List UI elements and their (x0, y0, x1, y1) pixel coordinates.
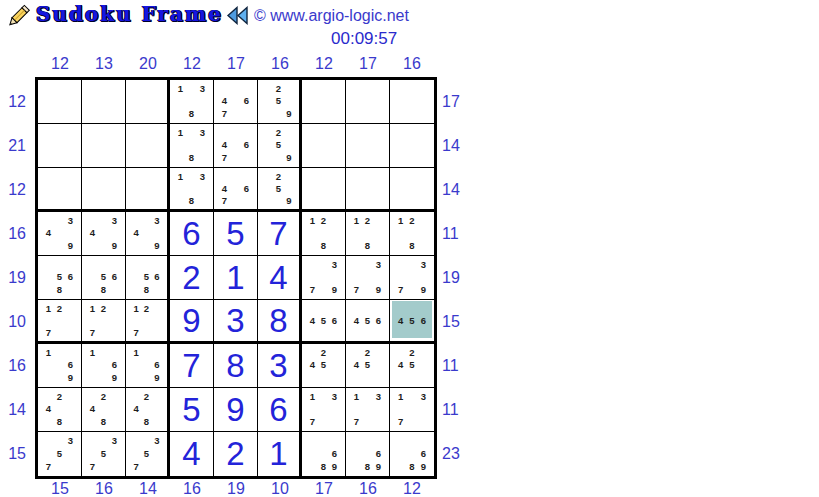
pencil-marks: 245 (302, 344, 345, 387)
pencil-marks: 245 (390, 344, 434, 387)
cell-r6c7[interactable]: 456 (302, 300, 346, 344)
pencil-marks: 467 (214, 80, 257, 123)
pencil-mark-digit: 8 (141, 415, 151, 428)
cell-r5c8[interactable]: 379 (346, 256, 390, 300)
pencil-mark-digit: 2 (273, 82, 283, 95)
frame-clue-left-2: 21 (2, 124, 30, 168)
pencil-mark-digit: 6 (241, 95, 252, 108)
cell-r5c3[interactable]: 568 (126, 256, 170, 300)
pencil-mark-digit: 4 (395, 314, 406, 326)
cell-r8c1[interactable]: 248 (38, 388, 82, 432)
pencil-marks: 349 (82, 212, 125, 255)
frame-clue-right-1: 17 (439, 80, 467, 124)
pencil-mark-digit: 6 (329, 447, 340, 460)
solved-digit: 9 (214, 388, 257, 431)
pencil-marks: 357 (82, 432, 125, 476)
pencil-mark-digit: 8 (98, 283, 109, 296)
pencil-mark-digit: 5 (54, 271, 65, 284)
pencil-marks: 357 (126, 432, 167, 476)
frame-clue-top-9: 16 (390, 55, 434, 73)
pencil-mark-digit: 9 (284, 107, 294, 120)
pencil-mark-digit: 3 (373, 258, 384, 271)
sudoku-frame-page: { "game": "sudoku-frame", "position": ".… (0, 0, 819, 497)
pencil-marks: 137 (346, 388, 389, 431)
cell-r2c4[interactable]: 138 (170, 124, 214, 168)
pencil-mark-digit: 4 (131, 403, 141, 416)
pencil-mark-digit: 2 (98, 302, 109, 314)
pencil-mark-digit: 1 (131, 346, 141, 359)
cell-r1c3[interactable] (126, 80, 170, 124)
frame-clue-top-5: 17 (214, 55, 258, 73)
cell-r7c8[interactable]: 245 (346, 344, 390, 388)
pencil-marks: 349 (38, 212, 81, 255)
pencil-mark-digit: 9 (65, 371, 76, 384)
pencil-mark-digit: 8 (362, 460, 373, 473)
frame-clue-right-3: 14 (439, 168, 467, 212)
frame-clue-bottom-5: 19 (214, 480, 258, 497)
solved-digit: 2 (170, 256, 213, 299)
pencil-mark-digit: 3 (329, 258, 340, 271)
cell-r2c1[interactable] (38, 124, 82, 168)
pencil-mark-digit: 7 (219, 194, 230, 206)
pencil-mark-digit: 4 (131, 227, 141, 240)
pencil-mark-digit: 6 (152, 359, 162, 372)
pencil-mark-digit: 8 (186, 194, 197, 206)
solved-digit: 1 (214, 256, 257, 299)
pencil-mark-digit: 9 (284, 194, 294, 206)
pencil-mark-digit: 1 (351, 214, 362, 227)
solved-digit: 9 (170, 300, 213, 341)
pencil-mark-digit: 7 (87, 326, 98, 338)
cell-r3c6[interactable]: 259 (258, 168, 302, 212)
pencil-mark-digit: 5 (141, 447, 151, 460)
pencil-mark-digit: 6 (109, 359, 120, 372)
cell-r9c3[interactable]: 357 (126, 432, 170, 476)
pencil-mark-digit: 6 (373, 314, 384, 326)
cell-r2c9[interactable] (390, 124, 434, 168)
cell-r3c9[interactable] (390, 168, 434, 212)
pencil-marks: 568 (126, 256, 167, 299)
pencil-marks: 568 (38, 256, 81, 299)
solved-digit: 4 (170, 432, 213, 476)
cell-r7c6[interactable]: 3 (258, 344, 302, 388)
pencil-mark-digit: 4 (87, 227, 98, 240)
pencil-mark-digit: 6 (418, 314, 429, 326)
cell-r3c5[interactable]: 467 (214, 168, 258, 212)
cell-r6c9[interactable]: 456 (390, 300, 434, 344)
pencil-marks: 248 (82, 388, 125, 431)
pencil-mark-digit: 7 (219, 151, 230, 164)
cell-r3c4[interactable]: 138 (170, 168, 214, 212)
pencil-marks: 467 (214, 168, 257, 209)
frame-clue-left-1: 12 (2, 80, 30, 124)
cell-r3c7[interactable] (302, 168, 346, 212)
pencil-marks: 379 (346, 256, 389, 299)
cell-r3c3[interactable] (126, 168, 170, 212)
frame-clue-left-7: 16 (2, 344, 30, 388)
frame-clue-left-9: 15 (2, 432, 30, 476)
pencil-mark-digit: 1 (87, 302, 98, 314)
pencil-mark-digit: 9 (373, 460, 384, 473)
frame-clue-bottom-7: 17 (302, 480, 346, 497)
cell-r1c8[interactable] (346, 80, 390, 124)
pencil-marks: 138 (170, 124, 213, 167)
cell-r5c4[interactable]: 2 (170, 256, 214, 300)
pencil-mark-digit: 6 (373, 447, 384, 460)
pencil-mark-digit: 7 (219, 107, 230, 120)
cell-r8c4[interactable]: 5 (170, 388, 214, 432)
cell-r1c9[interactable] (390, 80, 434, 124)
frame-clues-left: 122112161910161415 (2, 80, 30, 476)
pencil-marks: 259 (258, 168, 299, 209)
frame-clue-top-3: 20 (126, 55, 170, 73)
frame-clue-top-4: 12 (170, 55, 214, 73)
pencil-mark-digit: 2 (141, 302, 151, 314)
pencil-mark-digit: 4 (43, 227, 54, 240)
pencil-marks: 245 (346, 344, 389, 387)
pencil-mark-digit: 4 (351, 314, 362, 326)
pencil-mark-digit: 1 (87, 346, 98, 359)
pencil-mark-digit: 1 (43, 346, 54, 359)
cell-r9c5[interactable]: 2 (214, 432, 258, 476)
cell-r1c2[interactable] (82, 80, 126, 124)
pencil-marks: 127 (38, 300, 81, 341)
app-title: Sudoku Frame (36, 2, 223, 26)
solved-digit: 5 (214, 212, 257, 255)
cell-r9c1[interactable]: 357 (38, 432, 82, 476)
cell-r4c1[interactable]: 349 (38, 212, 82, 256)
pencil-mark-digit: 4 (351, 359, 362, 372)
pencil-marks: 128 (302, 212, 345, 255)
cell-r2c2[interactable] (82, 124, 126, 168)
frame-clue-left-4: 16 (2, 212, 30, 256)
pencil-mark-digit: 9 (329, 283, 340, 296)
pencil-marks: 467 (214, 124, 257, 167)
cell-r4c9[interactable]: 128 (390, 212, 434, 256)
cell-r5c1[interactable]: 568 (38, 256, 82, 300)
pencil-mark-digit: 6 (65, 359, 76, 372)
cell-r1c5[interactable]: 467 (214, 80, 258, 124)
pencil-mark-digit: 1 (131, 302, 141, 314)
back-double-arrow-icon[interactable] (226, 6, 250, 25)
pencil-mark-digit: 2 (54, 302, 65, 314)
pencil-marks: 456 (390, 300, 434, 341)
frame-clue-top-2: 13 (82, 55, 126, 73)
pencil-mark-digit: 6 (109, 271, 120, 284)
cell-r8c6[interactable]: 6 (258, 388, 302, 432)
pencil-mark-digit: 7 (351, 283, 362, 296)
cell-r1c7[interactable] (302, 80, 346, 124)
frame-clue-right-6: 15 (439, 300, 467, 344)
cell-r6c5[interactable]: 3 (214, 300, 258, 344)
frame-clue-bottom-8: 16 (346, 480, 390, 497)
pencil-mark-digit: 7 (43, 326, 54, 338)
pencil-mark-digit: 6 (241, 139, 252, 152)
pencil-mark-digit: 9 (418, 460, 429, 473)
solved-digit: 7 (170, 344, 213, 387)
pencil-mark-digit: 2 (273, 170, 283, 182)
cell-r4c6[interactable]: 7 (258, 212, 302, 256)
pencil-mark-digit: 3 (65, 214, 76, 227)
cell-r4c3[interactable]: 349 (126, 212, 170, 256)
pencil-mark-digit: 1 (351, 390, 362, 403)
pencil-marks: 259 (258, 80, 299, 123)
pencil-mark-digit: 2 (98, 390, 109, 403)
pencil-mark-digit: 1 (307, 214, 318, 227)
pencil-mark-digit: 5 (273, 182, 283, 194)
pencil-mark-digit: 1 (175, 126, 186, 139)
pencil-mark-digit: 6 (418, 447, 429, 460)
cell-r6c8[interactable]: 456 (346, 300, 390, 344)
cell-r7c1[interactable]: 169 (38, 344, 82, 388)
cell-r3c1[interactable] (38, 168, 82, 212)
pencil-mark-digit: 2 (273, 126, 283, 139)
timer: 00:09:57 (331, 29, 397, 49)
pencil-mark-digit: 2 (54, 390, 65, 403)
pencil-marks: 568 (82, 256, 125, 299)
frame-clue-right-8: 11 (439, 388, 467, 432)
solved-digit: 2 (214, 432, 257, 476)
pencil-marks: 456 (346, 300, 389, 341)
frame-clues-top: 121320121716121716 (38, 55, 434, 73)
pencil-mark-digit: 3 (329, 390, 340, 403)
pencil-mark-digit: 5 (273, 95, 283, 108)
pencil-mark-digit: 2 (362, 346, 373, 359)
pencil-mark-digit: 5 (141, 271, 151, 284)
pencil-mark-digit: 7 (87, 460, 98, 473)
pencil-mark-digit: 7 (395, 283, 406, 296)
cell-r8c9[interactable]: 137 (390, 388, 434, 432)
cell-r7c3[interactable]: 169 (126, 344, 170, 388)
cell-r9c2[interactable]: 357 (82, 432, 126, 476)
cell-r2c8[interactable] (346, 124, 390, 168)
pencil-mark-digit: 8 (318, 239, 329, 252)
frame-clue-bottom-4: 16 (170, 480, 214, 497)
pencil-mark-digit: 5 (406, 359, 417, 372)
pencil-mark-digit: 7 (395, 415, 406, 428)
cell-r2c6[interactable]: 259 (258, 124, 302, 168)
pencil-mark-digit: 1 (175, 82, 186, 95)
pencil-mark-digit: 9 (373, 283, 384, 296)
pencil-mark-digit: 6 (329, 314, 340, 326)
cell-r5c2[interactable]: 568 (82, 256, 126, 300)
cell-r5c6[interactable]: 4 (258, 256, 302, 300)
pencil-mark-digit: 8 (186, 151, 197, 164)
pencil-mark-digit: 9 (109, 371, 120, 384)
frame-clue-bottom-9: 12 (390, 480, 434, 497)
cell-r4c5[interactable]: 5 (214, 212, 258, 256)
pencil-marks: 349 (126, 212, 167, 255)
solved-digit: 5 (170, 388, 213, 431)
pencil-mark-digit: 3 (109, 214, 120, 227)
pencil-mark-digit: 7 (131, 460, 141, 473)
cell-r8c8[interactable]: 137 (346, 388, 390, 432)
pencil-icon[interactable] (5, 3, 31, 29)
cell-r7c2[interactable]: 169 (82, 344, 126, 388)
cell-r3c2[interactable] (82, 168, 126, 212)
cell-r1c1[interactable] (38, 80, 82, 124)
cell-r9c6[interactable]: 1 (258, 432, 302, 476)
pencil-mark-digit: 8 (406, 239, 417, 252)
pencil-mark-digit: 8 (406, 460, 417, 473)
frame-clue-left-3: 12 (2, 168, 30, 212)
pencil-mark-digit: 3 (418, 390, 429, 403)
pencil-marks: 379 (390, 256, 434, 299)
cell-r2c3[interactable] (126, 124, 170, 168)
solved-digit: 3 (214, 300, 257, 341)
pencil-marks: 138 (170, 80, 213, 123)
pencil-mark-digit: 3 (65, 434, 76, 447)
pencil-marks: 128 (346, 212, 389, 255)
cell-r7c9[interactable]: 245 (390, 344, 434, 388)
pencil-mark-digit: 4 (395, 359, 406, 372)
pencil-marks: 127 (82, 300, 125, 341)
cell-r9c8[interactable]: 689 (346, 432, 390, 476)
pencil-mark-digit: 7 (131, 326, 141, 338)
pencil-mark-digit: 8 (186, 107, 197, 120)
pencil-mark-digit: 7 (307, 283, 318, 296)
pencil-mark-digit: 5 (362, 314, 373, 326)
pencil-marks: 169 (82, 344, 125, 387)
pencil-mark-digit: 4 (87, 403, 98, 416)
cell-r6c3[interactable]: 127 (126, 300, 170, 344)
pencil-mark-digit: 9 (418, 283, 429, 296)
cell-r6c4[interactable]: 9 (170, 300, 214, 344)
pencil-mark-digit: 1 (43, 302, 54, 314)
pencil-mark-digit: 5 (318, 359, 329, 372)
frame-clues-right: 171414111915111123 (439, 80, 467, 476)
cell-r7c7[interactable]: 245 (302, 344, 346, 388)
frame-clue-right-7: 11 (439, 344, 467, 388)
cell-r2c7[interactable] (302, 124, 346, 168)
pencil-mark-digit: 1 (307, 390, 318, 403)
cell-r9c4[interactable]: 4 (170, 432, 214, 476)
pencil-marks: 248 (126, 388, 167, 431)
frame-clue-right-9: 23 (439, 432, 467, 476)
cell-r1c6[interactable]: 259 (258, 80, 302, 124)
cell-r7c5[interactable]: 8 (214, 344, 258, 388)
frame-clue-right-5: 19 (439, 256, 467, 300)
frame-clue-right-4: 11 (439, 212, 467, 256)
cell-r6c1[interactable]: 127 (38, 300, 82, 344)
pencil-mark-digit: 3 (197, 170, 208, 182)
pencil-mark-digit: 4 (43, 403, 54, 416)
pencil-marks: 138 (170, 168, 213, 209)
pencil-mark-digit: 2 (318, 346, 329, 359)
pencil-mark-digit: 6 (241, 182, 252, 194)
cell-r9c7[interactable]: 689 (302, 432, 346, 476)
frame-clue-bottom-2: 16 (82, 480, 126, 497)
pencil-mark-digit: 3 (197, 126, 208, 139)
solved-digit: 8 (214, 344, 257, 387)
pencil-mark-digit: 9 (152, 239, 162, 252)
copyright-link[interactable]: © www.argio-logic.net (254, 7, 409, 25)
solved-digit: 4 (258, 256, 299, 299)
cell-r8c2[interactable]: 248 (82, 388, 126, 432)
cell-r8c7[interactable]: 137 (302, 388, 346, 432)
pencil-mark-digit: 3 (152, 214, 162, 227)
pencil-mark-digit: 1 (175, 170, 186, 182)
pencil-marks: 137 (302, 388, 345, 431)
pencil-mark-digit: 9 (65, 239, 76, 252)
cell-r4c4[interactable]: 6 (170, 212, 214, 256)
solved-digit: 3 (258, 344, 299, 387)
pencil-mark-digit: 9 (329, 460, 340, 473)
solved-digit: 6 (170, 212, 213, 255)
frame-clue-left-8: 14 (2, 388, 30, 432)
cell-r8c5[interactable]: 9 (214, 388, 258, 432)
cell-r4c7[interactable]: 128 (302, 212, 346, 256)
pencil-mark-digit: 4 (219, 182, 230, 194)
pencil-mark-digit: 3 (373, 390, 384, 403)
frame-clue-top-1: 12 (38, 55, 82, 73)
pencil-marks: 259 (258, 124, 299, 167)
pencil-marks: 689 (390, 432, 434, 476)
sudoku-board: 1384672591384672591384672593493493496571… (35, 77, 437, 479)
cell-r3c8[interactable] (346, 168, 390, 212)
pencil-mark-digit: 3 (109, 434, 120, 447)
cell-r7c4[interactable]: 7 (170, 344, 214, 388)
pencil-mark-digit: 8 (318, 460, 329, 473)
pencil-mark-digit: 2 (318, 214, 329, 227)
cell-r4c2[interactable]: 349 (82, 212, 126, 256)
pencil-marks: 248 (38, 388, 81, 431)
pencil-marks: 127 (126, 300, 167, 341)
pencil-mark-digit: 9 (109, 239, 120, 252)
cell-r8c3[interactable]: 248 (126, 388, 170, 432)
pencil-mark-digit: 4 (307, 359, 318, 372)
frame-clue-top-7: 12 (302, 55, 346, 73)
pencil-marks: 128 (390, 212, 434, 255)
cell-r2c5[interactable]: 467 (214, 124, 258, 168)
pencil-mark-digit: 3 (418, 258, 429, 271)
cell-r6c2[interactable]: 127 (82, 300, 126, 344)
cell-r5c9[interactable]: 379 (390, 256, 434, 300)
cell-r4c8[interactable]: 128 (346, 212, 390, 256)
pencil-mark-digit: 2 (406, 214, 417, 227)
cell-r9c9[interactable]: 689 (390, 432, 434, 476)
cell-r5c7[interactable]: 379 (302, 256, 346, 300)
pencil-marks: 379 (302, 256, 345, 299)
pencil-mark-digit: 8 (54, 415, 65, 428)
pencil-mark-digit: 5 (362, 359, 373, 372)
pencil-mark-digit: 1 (395, 214, 406, 227)
cell-r5c5[interactable]: 1 (214, 256, 258, 300)
pencil-mark-digit: 3 (152, 434, 162, 447)
frame-clues-bottom: 151614161910171612 (38, 480, 434, 497)
pencil-mark-digit: 3 (197, 82, 208, 95)
pencil-mark-digit: 5 (98, 271, 109, 284)
pencil-mark-digit: 6 (65, 271, 76, 284)
pencil-mark-digit: 6 (152, 271, 162, 284)
pencil-mark-digit: 8 (98, 415, 109, 428)
frame-clue-bottom-6: 10 (258, 480, 302, 497)
cell-r6c6[interactable]: 8 (258, 300, 302, 344)
frame-clue-top-6: 16 (258, 55, 302, 73)
pencil-mark-digit: 8 (362, 239, 373, 252)
pencil-marks: 689 (346, 432, 389, 476)
pencil-marks: 169 (126, 344, 167, 387)
pencil-mark-digit: 2 (141, 390, 151, 403)
solved-digit: 8 (258, 300, 299, 341)
pencil-mark-digit: 5 (318, 314, 329, 326)
frame-clue-bottom-3: 14 (126, 480, 170, 497)
pencil-marks: 169 (38, 344, 81, 387)
pencil-mark-digit: 5 (273, 139, 283, 152)
cell-r1c4[interactable]: 138 (170, 80, 214, 124)
pencil-mark-digit: 2 (362, 214, 373, 227)
pencil-mark-digit: 8 (54, 283, 65, 296)
